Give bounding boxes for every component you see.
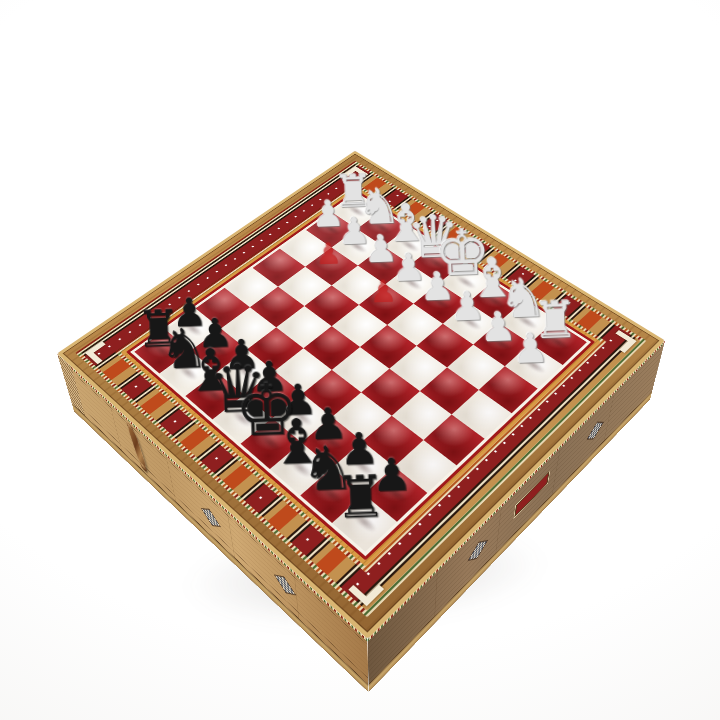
square-g7 — [332, 441, 394, 494]
square-e5 — [332, 347, 390, 392]
dotted-diamond-inlay — [587, 422, 604, 440]
square-e6 — [302, 370, 361, 417]
dotted-diamond-inlay — [468, 540, 488, 561]
dotted-diamond-inlay — [201, 508, 221, 527]
square-e7 — [272, 394, 332, 443]
photo-scene: ♜♞♝♛♚♝♞♜♟♟♟♟♟♟♟♟♟♟♟♟♟♟♟♟♜♞♝♛♚♝♞♜♟♟ — [0, 0, 720, 720]
